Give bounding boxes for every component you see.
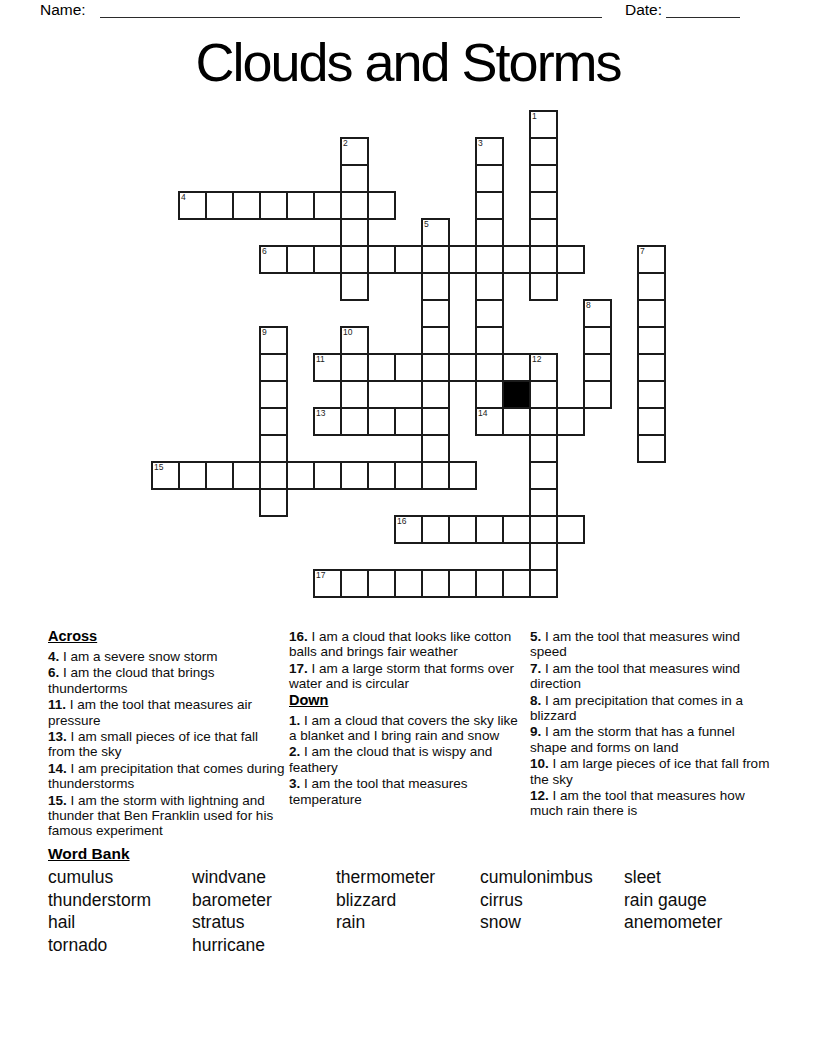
black-cell-r10-c13 [502, 380, 531, 409]
clues-column-2: 16. I am a cloud that looks like cotton … [289, 629, 529, 808]
grid-cell-r17-c6[interactable]: 17 [313, 569, 342, 598]
grid-cell-r11-c9[interactable] [394, 407, 423, 436]
grid-cell-r13-c10[interactable] [421, 461, 450, 490]
clue-number-4: 4 [181, 193, 186, 202]
grid-cell-r9-c8[interactable] [367, 353, 396, 382]
grid-cell-r5-c7[interactable] [340, 245, 369, 274]
grid-cell-r9-c7[interactable] [340, 353, 369, 382]
grid-cell-r8-c10[interactable] [421, 326, 450, 355]
grid-cell-r13-c0[interactable]: 15 [151, 461, 180, 490]
word-bank-word-stratus: stratus [192, 911, 336, 934]
grid-cell-r12-c14[interactable] [529, 434, 558, 463]
down-header: Down [289, 693, 529, 708]
word-bank-word-tornado: tornado [48, 934, 192, 957]
grid-cell-r14-c4[interactable] [259, 488, 288, 517]
grid-cell-r13-c11[interactable] [448, 461, 477, 490]
word-bank-word-barometer: barometer [192, 889, 336, 912]
clue-across-14: 14. I am precipitation that comes during… [48, 761, 288, 792]
grid-cell-r13-c9[interactable] [394, 461, 423, 490]
word-bank-word-thermometer: thermometer [336, 866, 480, 889]
grid-cell-r15-c15[interactable] [556, 515, 585, 544]
grid-cell-r9-c12[interactable] [475, 353, 504, 382]
grid-cell-r11-c6[interactable]: 13 [313, 407, 342, 436]
clue-number-16: 16 [397, 517, 406, 526]
grid-cell-r10-c7[interactable] [340, 380, 369, 409]
grid-cell-r3-c6[interactable] [313, 191, 342, 220]
clue-number-label: 1. [289, 713, 300, 728]
clue-across-11: 11. I am the tool that measures air pres… [48, 697, 288, 728]
word-bank-word-snow: snow [480, 911, 624, 934]
grid-cell-r9-c4[interactable] [259, 353, 288, 382]
grid-cell-r2-c7[interactable] [340, 164, 369, 193]
grid-cell-r12-c10[interactable] [421, 434, 450, 463]
clue-number-11: 11 [316, 355, 325, 364]
grid-cell-r7-c10[interactable] [421, 299, 450, 328]
grid-cell-r16-c14[interactable] [529, 542, 558, 571]
grid-cell-r11-c10[interactable] [421, 407, 450, 436]
grid-cell-r10-c16[interactable] [583, 380, 612, 409]
grid-cell-r10-c12[interactable] [475, 380, 504, 409]
grid-cell-r10-c18[interactable] [637, 380, 666, 409]
clue-number-9: 9 [262, 328, 267, 337]
grid-cell-r3-c8[interactable] [367, 191, 396, 220]
word-bank: cumulusthunderstormhailtornadowindvaneba… [48, 866, 768, 956]
clue-text: I am a large storm that forms over water… [289, 661, 514, 691]
clue-number-17: 17 [316, 571, 325, 580]
clue-text: I am the cloud that is wispy and feather… [289, 744, 492, 774]
grid-cell-r9-c16[interactable] [583, 353, 612, 382]
clue-text: I am small pieces of ice that fall from … [48, 729, 258, 759]
grid-cell-r5-c12[interactable] [475, 245, 504, 274]
grid-cell-r6-c12[interactable] [475, 272, 504, 301]
grid-cell-r8-c7[interactable]: 10 [340, 326, 369, 355]
clue-across-6: 6. I am the cloud that brings thundertor… [48, 665, 288, 696]
clue-text: I am the tool that measures wind directi… [530, 661, 740, 691]
grid-cell-r5-c18[interactable]: 7 [637, 245, 666, 274]
grid-cell-r11-c14[interactable] [529, 407, 558, 436]
clue-number-label: 17. [289, 661, 308, 676]
grid-cell-r17-c7[interactable] [340, 569, 369, 598]
clue-text: I am a cloud that covers the sky like a … [289, 713, 518, 743]
word-bank-word-anemometer: anemometer [624, 911, 768, 934]
grid-cell-r9-c10[interactable] [421, 353, 450, 382]
grid-cell-r4-c10[interactable]: 5 [421, 218, 450, 247]
grid-cell-r3-c3[interactable] [232, 191, 261, 220]
clue-number-label: 2. [289, 744, 300, 759]
grid-cell-r13-c3[interactable] [232, 461, 261, 490]
clue-text: I am the storm that has a funnel shape a… [530, 724, 735, 754]
clues-column-1: Across4. I am a severe snow storm6. I am… [48, 629, 288, 840]
clue-text: I am the tool that measures air pressure [48, 697, 252, 727]
grid-cell-r15-c13[interactable] [502, 515, 531, 544]
grid-cell-r9-c13[interactable] [502, 353, 531, 382]
crossword-worksheet: Name: Date: Clouds and Storms 4611121314… [0, 0, 816, 1056]
clue-number-label: 11. [48, 697, 66, 712]
word-bank-column-2: windvanebarometerstratushurricane [192, 866, 336, 956]
clue-down-1: 1. I am a cloud that covers the sky like… [289, 713, 529, 744]
clue-number-label: 5. [530, 629, 541, 644]
word-bank-column-1: cumulusthunderstormhailtornado [48, 866, 192, 956]
grid-cell-r11-c12[interactable]: 14 [475, 407, 504, 436]
grid-cell-r2-c12[interactable] [475, 164, 504, 193]
clue-text: I am the storm with lightning and thunde… [48, 793, 273, 839]
grid-cell-r1-c7[interactable]: 2 [340, 137, 369, 166]
grid-cell-r17-c11[interactable] [448, 569, 477, 598]
grid-cell-r17-c13[interactable] [502, 569, 531, 598]
grid-cell-r13-c7[interactable] [340, 461, 369, 490]
clue-text: I am the cloud that brings thundertorms [48, 665, 215, 695]
clue-down-10: 10. I am large pieces of ice that fall f… [530, 756, 770, 787]
clue-text: I am a severe snow storm [59, 649, 217, 664]
grid-cell-r13-c14[interactable] [529, 461, 558, 490]
grid-cell-r7-c12[interactable] [475, 299, 504, 328]
clue-number-7: 7 [640, 247, 645, 256]
clue-number-label: 8. [530, 693, 541, 708]
clue-number-13: 13 [316, 409, 325, 418]
grid-cell-r3-c14[interactable] [529, 191, 558, 220]
clue-number-1: 1 [532, 112, 537, 121]
grid-cell-r13-c4[interactable] [259, 461, 288, 490]
grid-cell-r15-c10[interactable] [421, 515, 450, 544]
clue-number-label: 7. [530, 661, 541, 676]
grid-cell-r5-c15[interactable] [556, 245, 585, 274]
clue-number-label: 3. [289, 776, 300, 791]
grid-cell-r9-c18[interactable] [637, 353, 666, 382]
grid-cell-r15-c12[interactable] [475, 515, 504, 544]
grid-cell-r3-c4[interactable] [259, 191, 288, 220]
clues-column-3: 5. I am the tool that measures wind spee… [530, 629, 770, 820]
grid-cell-r5-c11[interactable] [448, 245, 477, 274]
clue-across-15: 15. I am the storm with lightning and th… [48, 793, 288, 839]
grid-cell-r4-c14[interactable] [529, 218, 558, 247]
clue-number-12: 12 [532, 355, 541, 364]
word-bank-word-rain: rain [336, 911, 480, 934]
clue-down-9: 9. I am the storm that has a funnel shap… [530, 724, 770, 755]
grid-cell-r9-c14[interactable]: 12 [529, 353, 558, 382]
grid-cell-r3-c12[interactable] [475, 191, 504, 220]
grid-cell-r14-c14[interactable] [529, 488, 558, 517]
grid-cell-r5-c4[interactable]: 6 [259, 245, 288, 274]
grid-cell-r6-c10[interactable] [421, 272, 450, 301]
grid-cell-r13-c1[interactable] [178, 461, 207, 490]
crossword-grid: 4611121314151617123578910 [151, 110, 666, 598]
word-bank-column-5: sleetrain gaugeanemometer [624, 866, 768, 956]
grid-cell-r1-c14[interactable] [529, 137, 558, 166]
clue-number-6: 6 [262, 247, 267, 256]
grid-cell-r3-c5[interactable] [286, 191, 315, 220]
word-bank-word-cumulonimbus: cumulonimbus [480, 866, 624, 889]
date-label: Date: [625, 1, 662, 19]
clue-down-7: 7. I am the tool that measures wind dire… [530, 661, 770, 692]
grid-cell-r1-c12[interactable]: 3 [475, 137, 504, 166]
grid-cell-r0-c14[interactable]: 1 [529, 110, 558, 139]
clue-down-2: 2. I am the cloud that is wispy and feat… [289, 744, 529, 775]
grid-cell-r3-c1[interactable]: 4 [178, 191, 207, 220]
grid-cell-r10-c4[interactable] [259, 380, 288, 409]
word-bank-word-cirrus: cirrus [480, 889, 624, 912]
grid-cell-r11-c13[interactable] [502, 407, 531, 436]
grid-cell-r5-c13[interactable] [502, 245, 531, 274]
clue-text: I am a cloud that looks like cotton ball… [289, 629, 511, 659]
clue-text: I am the tool that measures temperature [289, 776, 468, 806]
grid-cell-r17-c9[interactable] [394, 569, 423, 598]
word-bank-word-thunderstorm: thunderstorm [48, 889, 192, 912]
clue-number-label: 15. [48, 793, 67, 808]
grid-cell-r7-c18[interactable] [637, 299, 666, 328]
grid-cell-r9-c6[interactable]: 11 [313, 353, 342, 382]
clue-number-3: 3 [478, 139, 483, 148]
grid-cell-r3-c2[interactable] [205, 191, 234, 220]
grid-cell-r15-c9[interactable]: 16 [394, 515, 423, 544]
clue-down-3: 3. I am the tool that measures temperatu… [289, 776, 529, 807]
clue-number-10: 10 [343, 328, 352, 337]
grid-cell-r7-c16[interactable]: 8 [583, 299, 612, 328]
grid-cell-r8-c18[interactable] [637, 326, 666, 355]
grid-cell-r6-c18[interactable] [637, 272, 666, 301]
clue-number-label: 13. [48, 729, 67, 744]
clue-number-label: 9. [530, 724, 541, 739]
clue-text: I am the tool that measures wind speed [530, 629, 740, 659]
clue-number-15: 15 [154, 463, 163, 472]
grid-cell-r9-c9[interactable] [394, 353, 423, 382]
word-bank-word-hail: hail [48, 911, 192, 934]
clue-number-14: 14 [478, 409, 487, 418]
grid-cell-r5-c6[interactable] [313, 245, 342, 274]
grid-cell-r8-c4[interactable]: 9 [259, 326, 288, 355]
grid-cell-r5-c8[interactable] [367, 245, 396, 274]
clue-number-label: 10. [530, 756, 549, 771]
clue-down-12: 12. I am the tool that measures how much… [530, 788, 770, 819]
name-input-line[interactable] [100, 0, 602, 18]
clue-down-5: 5. I am the tool that measures wind spee… [530, 629, 770, 660]
clue-across-17: 17. I am a large storm that forms over w… [289, 661, 529, 692]
clue-across-13: 13. I am small pieces of ice that fall f… [48, 729, 288, 760]
grid-cell-r11-c4[interactable] [259, 407, 288, 436]
grid-cell-r8-c12[interactable] [475, 326, 504, 355]
word-bank-word-windvane: windvane [192, 866, 336, 889]
grid-cell-r13-c5[interactable] [286, 461, 315, 490]
clue-text: I am precipitation that comes during thu… [48, 761, 284, 791]
grid-cell-r12-c4[interactable] [259, 434, 288, 463]
grid-cell-r5-c9[interactable] [394, 245, 423, 274]
grid-cell-r6-c7[interactable] [340, 272, 369, 301]
word-bank-header: Word Bank [48, 845, 130, 863]
clue-across-16: 16. I am a cloud that looks like cotton … [289, 629, 529, 660]
grid-cell-r4-c7[interactable] [340, 218, 369, 247]
grid-cell-r12-c18[interactable] [637, 434, 666, 463]
page-title: Clouds and Storms [0, 33, 816, 91]
clue-number-label: 6. [48, 665, 59, 680]
date-input-line[interactable] [666, 0, 740, 18]
grid-cell-r13-c2[interactable] [205, 461, 234, 490]
clue-down-8: 8. I am precipitation that comes in a bl… [530, 693, 770, 724]
word-bank-word-cumulus: cumulus [48, 866, 192, 889]
grid-cell-r5-c14[interactable] [529, 245, 558, 274]
grid-cell-r10-c14[interactable] [529, 380, 558, 409]
word-bank-word-blizzard: blizzard [336, 889, 480, 912]
grid-cell-r4-c12[interactable] [475, 218, 504, 247]
grid-cell-r13-c8[interactable] [367, 461, 396, 490]
grid-cell-r11-c7[interactable] [340, 407, 369, 436]
clue-text: I am the tool that measures how much rai… [530, 788, 745, 818]
grid-cell-r11-c18[interactable] [637, 407, 666, 436]
grid-cell-r5-c5[interactable] [286, 245, 315, 274]
grid-cell-r15-c14[interactable] [529, 515, 558, 544]
clue-number-8: 8 [586, 301, 591, 310]
word-bank-word-hurricane: hurricane [192, 934, 336, 957]
grid-cell-r3-c7[interactable] [340, 191, 369, 220]
clue-text: I am precipitation that comes in a blizz… [530, 693, 743, 723]
clue-text: I am large pieces of ice that fall from … [530, 756, 769, 786]
grid-cell-r17-c8[interactable] [367, 569, 396, 598]
clue-number-2: 2 [343, 139, 348, 148]
word-bank-word-rain-gauge: rain gauge [624, 889, 768, 912]
grid-cell-r6-c14[interactable] [529, 272, 558, 301]
grid-cell-r15-c11[interactable] [448, 515, 477, 544]
grid-cell-r10-c10[interactable] [421, 380, 450, 409]
grid-cell-r13-c6[interactable] [313, 461, 342, 490]
name-label: Name: [40, 1, 86, 19]
grid-cell-r17-c10[interactable] [421, 569, 450, 598]
grid-cell-r11-c15[interactable] [556, 407, 585, 436]
clue-number-label: 14. [48, 761, 67, 776]
grid-cell-r17-c12[interactable] [475, 569, 504, 598]
word-bank-column-3: thermometerblizzardrain [336, 866, 480, 956]
clue-number-label: 12. [530, 788, 549, 803]
grid-cell-r8-c16[interactable] [583, 326, 612, 355]
word-bank-column-4: cumulonimbuscirrussnow [480, 866, 624, 956]
clue-number-5: 5 [424, 220, 429, 229]
grid-cell-r9-c11[interactable] [448, 353, 477, 382]
grid-cell-r2-c14[interactable] [529, 164, 558, 193]
grid-cell-r17-c14[interactable] [529, 569, 558, 598]
across-header: Across [48, 629, 288, 644]
grid-cell-r11-c8[interactable] [367, 407, 396, 436]
clue-number-label: 4. [48, 649, 59, 664]
grid-cell-r5-c10[interactable] [421, 245, 450, 274]
word-bank-word-sleet: sleet [624, 866, 768, 889]
clue-number-label: 16. [289, 629, 308, 644]
clue-across-4: 4. I am a severe snow storm [48, 649, 288, 664]
